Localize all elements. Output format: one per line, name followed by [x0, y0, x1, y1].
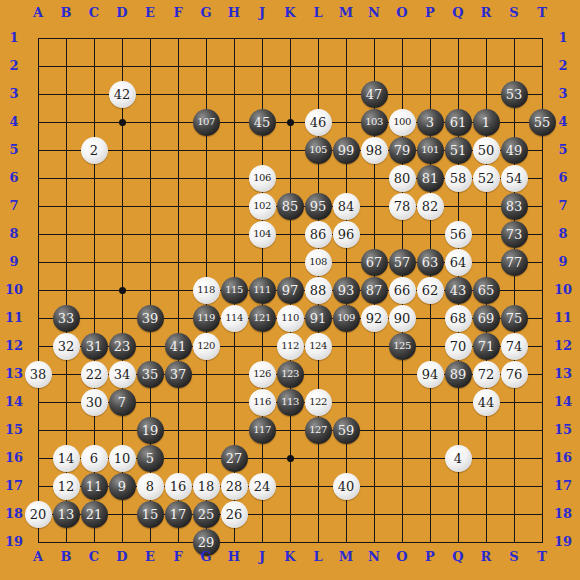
row-label-right-14: 14 — [551, 388, 575, 416]
stone-black-7-D14: 7 — [109, 389, 136, 416]
row-label-left-7: 7 — [2, 192, 26, 220]
stone-black-113-K14: 113 — [277, 389, 304, 416]
stone-black-73-S8: 73 — [501, 221, 528, 248]
stone-white-52-R6: 52 — [473, 165, 500, 192]
stone-black-27-H16: 27 — [221, 445, 248, 472]
column-label-top-K: K — [276, 5, 304, 20]
stone-black-67-N9: 67 — [361, 249, 388, 276]
stone-white-82-P7: 82 — [417, 193, 444, 220]
stone-black-43-Q10: 43 — [445, 277, 472, 304]
column-label-bottom-R: R — [472, 549, 500, 564]
stone-white-4-Q16: 4 — [445, 445, 472, 472]
stone-black-85-K7: 85 — [277, 193, 304, 220]
stone-black-19-E15: 19 — [137, 417, 164, 444]
stone-black-127-L15: 127 — [305, 417, 332, 444]
stone-white-98-N5: 98 — [361, 137, 388, 164]
stone-white-14-B16: 14 — [53, 445, 80, 472]
column-label-top-N: N — [360, 5, 388, 20]
stone-white-10-D16: 10 — [109, 445, 136, 472]
row-label-right-8: 8 — [551, 220, 575, 248]
stone-white-20-A18: 20 — [25, 501, 52, 528]
row-label-left-9: 9 — [2, 248, 26, 276]
column-label-bottom-J: J — [248, 549, 276, 564]
row-label-left-19: 19 — [2, 528, 26, 556]
stone-white-58-Q6: 58 — [445, 165, 472, 192]
column-label-top-R: R — [472, 5, 500, 20]
stone-white-126-J13: 126 — [249, 361, 276, 388]
row-label-left-10: 10 — [2, 276, 26, 304]
column-label-top-M: M — [332, 5, 360, 20]
stone-white-12-B17: 12 — [53, 473, 80, 500]
row-label-right-15: 15 — [551, 416, 575, 444]
stone-black-97-K10: 97 — [277, 277, 304, 304]
stone-white-28-H17: 28 — [221, 473, 248, 500]
stone-black-13-B18: 13 — [53, 501, 80, 528]
stone-black-109-M11: 109 — [333, 305, 360, 332]
row-label-left-14: 14 — [2, 388, 26, 416]
stone-black-5-E16: 5 — [137, 445, 164, 472]
row-label-right-10: 10 — [551, 276, 575, 304]
stone-black-75-S11: 75 — [501, 305, 528, 332]
stone-black-17-F18: 17 — [165, 501, 192, 528]
stone-black-45-J4: 45 — [249, 109, 276, 136]
stone-black-33-B11: 33 — [53, 305, 80, 332]
column-label-bottom-O: O — [388, 549, 416, 564]
row-label-right-4: 4 — [551, 108, 575, 136]
row-label-left-15: 15 — [2, 416, 26, 444]
stone-black-49-S5: 49 — [501, 137, 528, 164]
stone-black-101-P5: 101 — [417, 137, 444, 164]
stone-white-88-L10: 88 — [305, 277, 332, 304]
stone-white-30-C14: 30 — [81, 389, 108, 416]
row-label-left-6: 6 — [2, 164, 26, 192]
stone-black-95-L7: 95 — [305, 193, 332, 220]
column-label-top-D: D — [108, 5, 136, 20]
stone-white-84-M7: 84 — [333, 193, 360, 220]
row-label-right-12: 12 — [551, 332, 575, 360]
stone-black-69-R11: 69 — [473, 305, 500, 332]
stone-black-91-L11: 91 — [305, 305, 332, 332]
stone-white-66-O10: 66 — [389, 277, 416, 304]
column-label-bottom-N: N — [360, 549, 388, 564]
row-label-left-12: 12 — [2, 332, 26, 360]
stone-black-87-N10: 87 — [361, 277, 388, 304]
column-label-top-S: S — [500, 5, 528, 20]
stone-white-40-M17: 40 — [333, 473, 360, 500]
stone-black-89-Q13: 89 — [445, 361, 472, 388]
stone-white-34-D13: 34 — [109, 361, 136, 388]
stone-black-105-L5: 105 — [305, 137, 332, 164]
stone-white-102-J7: 102 — [249, 193, 276, 220]
row-label-right-3: 3 — [551, 80, 575, 108]
row-label-right-5: 5 — [551, 136, 575, 164]
stone-black-119-G11: 119 — [193, 305, 220, 332]
stone-black-25-G18: 25 — [193, 501, 220, 528]
stone-white-64-Q9: 64 — [445, 249, 472, 276]
stone-black-107-G4: 107 — [193, 109, 220, 136]
stone-white-80-O6: 80 — [389, 165, 416, 192]
stone-white-110-K11: 110 — [277, 305, 304, 332]
column-label-bottom-C: C — [80, 549, 108, 564]
stone-white-114-H11: 114 — [221, 305, 248, 332]
stone-white-72-R13: 72 — [473, 361, 500, 388]
stone-white-54-S6: 54 — [501, 165, 528, 192]
stone-white-2-C5: 2 — [81, 137, 108, 164]
stone-white-94-P13: 94 — [417, 361, 444, 388]
column-label-bottom-H: H — [220, 549, 248, 564]
stone-white-76-S13: 76 — [501, 361, 528, 388]
row-label-left-17: 17 — [2, 472, 26, 500]
stone-white-8-E17: 8 — [137, 473, 164, 500]
stone-black-41-F12: 41 — [165, 333, 192, 360]
star-point-K4 — [287, 119, 294, 126]
go-board[interactable]: 1234567891011121314151617181920212223242… — [24, 24, 556, 556]
column-label-top-F: F — [164, 5, 192, 20]
column-label-top-P: P — [416, 5, 444, 20]
column-label-top-O: O — [388, 5, 416, 20]
stone-black-31-C12: 31 — [81, 333, 108, 360]
stone-white-124-L12: 124 — [305, 333, 332, 360]
column-label-bottom-S: S — [500, 549, 528, 564]
column-label-bottom-B: B — [52, 549, 80, 564]
row-label-right-7: 7 — [551, 192, 575, 220]
column-label-top-H: H — [220, 5, 248, 20]
row-label-left-3: 3 — [2, 80, 26, 108]
column-label-top-E: E — [136, 5, 164, 20]
stone-white-122-L14: 122 — [305, 389, 332, 416]
stone-black-111-J10: 111 — [249, 277, 276, 304]
stone-black-9-D17: 9 — [109, 473, 136, 500]
stone-white-78-O7: 78 — [389, 193, 416, 220]
stone-black-51-Q5: 51 — [445, 137, 472, 164]
column-label-top-T: T — [528, 5, 556, 20]
column-label-top-L: L — [304, 5, 332, 20]
column-label-bottom-L: L — [304, 549, 332, 564]
stone-white-90-O11: 90 — [389, 305, 416, 332]
row-label-left-11: 11 — [2, 304, 26, 332]
stone-black-53-S3: 53 — [501, 81, 528, 108]
stone-black-99-M5: 99 — [333, 137, 360, 164]
stone-white-104-J8: 104 — [249, 221, 276, 248]
stone-black-47-N3: 47 — [361, 81, 388, 108]
stone-black-59-M15: 59 — [333, 417, 360, 444]
stone-white-26-H18: 26 — [221, 501, 248, 528]
stone-white-50-R5: 50 — [473, 137, 500, 164]
row-label-left-18: 18 — [2, 500, 26, 528]
stone-black-35-E13: 35 — [137, 361, 164, 388]
stone-white-32-B12: 32 — [53, 333, 80, 360]
stone-black-65-R10: 65 — [473, 277, 500, 304]
star-point-D10 — [119, 287, 126, 294]
stone-black-15-E18: 15 — [137, 501, 164, 528]
row-label-right-19: 19 — [551, 528, 575, 556]
star-point-D4 — [119, 119, 126, 126]
stone-white-22-C13: 22 — [81, 361, 108, 388]
column-label-top-J: J — [248, 5, 276, 20]
stone-white-44-R14: 44 — [473, 389, 500, 416]
column-label-top-A: A — [24, 5, 52, 20]
stone-white-56-Q8: 56 — [445, 221, 472, 248]
stone-white-100-O4: 100 — [389, 109, 416, 136]
stone-black-83-S7: 83 — [501, 193, 528, 220]
column-label-top-G: G — [192, 5, 220, 20]
stone-white-108-L9: 108 — [305, 249, 332, 276]
row-label-left-16: 16 — [2, 444, 26, 472]
stone-white-46-L4: 46 — [305, 109, 332, 136]
stone-black-125-O12: 125 — [389, 333, 416, 360]
row-label-right-2: 2 — [551, 52, 575, 80]
stone-black-121-J11: 121 — [249, 305, 276, 332]
row-label-left-4: 4 — [2, 108, 26, 136]
column-label-top-Q: Q — [444, 5, 472, 20]
stone-black-123-K13: 123 — [277, 361, 304, 388]
row-label-left-2: 2 — [2, 52, 26, 80]
row-label-right-9: 9 — [551, 248, 575, 276]
row-label-right-1: 1 — [551, 24, 575, 52]
stone-black-39-E11: 39 — [137, 305, 164, 332]
row-label-right-13: 13 — [551, 360, 575, 388]
stone-black-71-R12: 71 — [473, 333, 500, 360]
column-label-bottom-Q: Q — [444, 549, 472, 564]
stone-black-57-O9: 57 — [389, 249, 416, 276]
row-label-left-13: 13 — [2, 360, 26, 388]
stone-black-79-O5: 79 — [389, 137, 416, 164]
stone-black-23-D12: 23 — [109, 333, 136, 360]
column-label-top-C: C — [80, 5, 108, 20]
stone-white-96-M8: 96 — [333, 221, 360, 248]
stone-black-117-J15: 117 — [249, 417, 276, 444]
stone-black-81-P6: 81 — [417, 165, 444, 192]
stone-white-24-J17: 24 — [249, 473, 276, 500]
stone-black-93-M10: 93 — [333, 277, 360, 304]
row-label-left-1: 1 — [2, 24, 26, 52]
row-label-right-11: 11 — [551, 304, 575, 332]
stone-black-1-R4: 1 — [473, 109, 500, 136]
stone-white-16-F17: 16 — [165, 473, 192, 500]
stone-white-18-G17: 18 — [193, 473, 220, 500]
stone-black-103-N4: 103 — [361, 109, 388, 136]
row-label-right-6: 6 — [551, 164, 575, 192]
row-label-right-16: 16 — [551, 444, 575, 472]
star-point-K16 — [287, 455, 294, 462]
stone-white-74-S12: 74 — [501, 333, 528, 360]
stone-black-37-F13: 37 — [165, 361, 192, 388]
stone-black-115-H10: 115 — [221, 277, 248, 304]
row-label-left-5: 5 — [2, 136, 26, 164]
stone-black-63-P9: 63 — [417, 249, 444, 276]
stone-black-11-C17: 11 — [81, 473, 108, 500]
column-label-bottom-F: F — [164, 549, 192, 564]
stone-white-86-L8: 86 — [305, 221, 332, 248]
stone-white-62-P10: 62 — [417, 277, 444, 304]
row-label-right-18: 18 — [551, 500, 575, 528]
stone-white-120-G12: 120 — [193, 333, 220, 360]
stone-white-42-D3: 42 — [109, 81, 136, 108]
column-label-bottom-D: D — [108, 549, 136, 564]
column-label-bottom-K: K — [276, 549, 304, 564]
column-label-bottom-G: G — [192, 549, 220, 564]
stone-white-70-Q12: 70 — [445, 333, 472, 360]
go-board-diagram: 1234567891011121314151617181920212223242… — [0, 0, 580, 580]
column-label-bottom-A: A — [24, 549, 52, 564]
stone-white-38-A13: 38 — [25, 361, 52, 388]
stone-black-77-S9: 77 — [501, 249, 528, 276]
stone-white-106-J6: 106 — [249, 165, 276, 192]
column-label-bottom-P: P — [416, 549, 444, 564]
stone-black-21-C18: 21 — [81, 501, 108, 528]
stone-black-3-P4: 3 — [417, 109, 444, 136]
stone-white-116-J14: 116 — [249, 389, 276, 416]
column-label-bottom-M: M — [332, 549, 360, 564]
stone-white-118-G10: 118 — [193, 277, 220, 304]
stone-white-112-K12: 112 — [277, 333, 304, 360]
row-label-right-17: 17 — [551, 472, 575, 500]
stone-white-68-Q11: 68 — [445, 305, 472, 332]
stone-white-92-N11: 92 — [361, 305, 388, 332]
stone-black-61-Q4: 61 — [445, 109, 472, 136]
column-label-bottom-E: E — [136, 549, 164, 564]
column-label-top-B: B — [52, 5, 80, 20]
row-label-left-8: 8 — [2, 220, 26, 248]
stone-white-6-C16: 6 — [81, 445, 108, 472]
